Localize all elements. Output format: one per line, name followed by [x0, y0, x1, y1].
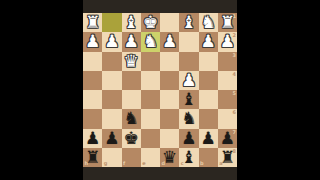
black-pawn-g7[interactable]: ♟ [104, 129, 119, 146]
square-d1[interactable] [160, 13, 179, 32]
white-pawn-g2[interactable]: ♟ [104, 33, 119, 50]
coord-file-e: e [142, 161, 145, 166]
white-rook-h1[interactable]: ♜ [85, 14, 100, 31]
square-f1[interactable]: ♝ [122, 13, 141, 32]
square-g6[interactable] [102, 109, 121, 128]
square-h1[interactable]: ♜ [83, 13, 102, 32]
square-b5[interactable] [199, 90, 218, 109]
square-e7[interactable] [141, 129, 160, 148]
black-pawn-a7[interactable]: ♟ [220, 129, 235, 146]
square-e3[interactable] [141, 52, 160, 71]
square-h7[interactable]: ♟ [83, 129, 102, 148]
white-pawn-a2[interactable]: ♟ [220, 33, 235, 50]
square-c4[interactable]: ♟ [179, 71, 198, 90]
white-knight-b1[interactable]: ♞ [201, 14, 216, 31]
square-b4[interactable] [199, 71, 218, 90]
square-c6[interactable]: ♞ [179, 109, 198, 128]
square-c3[interactable] [179, 52, 198, 71]
white-pawn-b2[interactable]: ♟ [201, 33, 216, 50]
square-d6[interactable] [160, 109, 179, 128]
square-a8[interactable]: ♜8a [218, 148, 237, 167]
white-knight-e2[interactable]: ♞ [143, 33, 158, 50]
coord-rank-4: 4 [233, 72, 236, 77]
coord-file-g: g [104, 161, 108, 166]
square-f4[interactable] [122, 71, 141, 90]
square-e8[interactable]: e [141, 148, 160, 167]
black-pawn-c7[interactable]: ♟ [181, 129, 196, 146]
square-g1[interactable] [102, 13, 121, 32]
coord-rank-3: 3 [233, 53, 236, 58]
board-column: ♜♝♚♝♞♜1♟♟♟♞♟♟♟2♛3♟4♝5♞♞6♟♟♚♟♟♟7♜hgfe♛d♝c… [83, 0, 237, 180]
square-g3[interactable] [102, 52, 121, 71]
square-a5[interactable]: 5 [218, 90, 237, 109]
square-e1[interactable]: ♚ [141, 13, 160, 32]
square-d8[interactable]: ♛d [160, 148, 179, 167]
black-rook-a8[interactable]: ♜ [220, 148, 235, 165]
square-h2[interactable]: ♟ [83, 32, 102, 51]
video-frame: ♜♝♚♝♞♜1♟♟♟♞♟♟♟2♛3♟4♝5♞♞6♟♟♚♟♟♟7♜hgfe♛d♝c… [0, 0, 320, 180]
white-pawn-c4[interactable]: ♟ [181, 71, 196, 88]
square-f6[interactable]: ♞ [122, 109, 141, 128]
square-b2[interactable]: ♟ [199, 32, 218, 51]
black-knight-f6[interactable]: ♞ [124, 110, 139, 127]
square-b1[interactable]: ♞ [199, 13, 218, 32]
square-c7[interactable]: ♟ [179, 129, 198, 148]
black-bishop-c5[interactable]: ♝ [181, 91, 196, 108]
black-knight-c6[interactable]: ♞ [181, 110, 196, 127]
square-a2[interactable]: ♟2 [218, 32, 237, 51]
square-e2[interactable]: ♞ [141, 32, 160, 51]
square-a7[interactable]: ♟7 [218, 129, 237, 148]
square-f8[interactable]: f [122, 148, 141, 167]
black-queen-d8[interactable]: ♛ [162, 148, 177, 165]
white-pawn-f2[interactable]: ♟ [124, 33, 139, 50]
square-f3[interactable]: ♛ [122, 52, 141, 71]
square-g7[interactable]: ♟ [102, 129, 121, 148]
white-pawn-h2[interactable]: ♟ [85, 33, 100, 50]
square-d5[interactable] [160, 90, 179, 109]
square-g2[interactable]: ♟ [102, 32, 121, 51]
square-h5[interactable] [83, 90, 102, 109]
square-c8[interactable]: ♝c [179, 148, 198, 167]
square-a1[interactable]: ♜1 [218, 13, 237, 32]
letterbox-left [0, 0, 83, 180]
coord-rank-6: 6 [233, 110, 236, 115]
chess-board[interactable]: ♜♝♚♝♞♜1♟♟♟♞♟♟♟2♛3♟4♝5♞♞6♟♟♚♟♟♟7♜hgfe♛d♝c… [83, 13, 237, 167]
square-g4[interactable] [102, 71, 121, 90]
square-f5[interactable] [122, 90, 141, 109]
white-bishop-c1[interactable]: ♝ [181, 14, 196, 31]
black-bishop-c8[interactable]: ♝ [181, 148, 196, 165]
frame-strip-top [83, 0, 237, 13]
white-rook-a1[interactable]: ♜ [220, 14, 235, 31]
square-b7[interactable]: ♟ [199, 129, 218, 148]
white-pawn-d2[interactable]: ♟ [162, 33, 177, 50]
square-e5[interactable] [141, 90, 160, 109]
white-queen-f3[interactable]: ♛ [124, 52, 139, 69]
square-f7[interactable]: ♚ [122, 129, 141, 148]
square-c1[interactable]: ♝ [179, 13, 198, 32]
coord-rank-5: 5 [233, 91, 236, 96]
square-b8[interactable]: b [199, 148, 218, 167]
square-d3[interactable] [160, 52, 179, 71]
coord-file-f: f [123, 161, 125, 166]
square-h8[interactable]: ♜h [83, 148, 102, 167]
square-g5[interactable] [102, 90, 121, 109]
black-rook-h8[interactable]: ♜ [85, 148, 100, 165]
letterbox-right [237, 0, 320, 180]
square-d4[interactable] [160, 71, 179, 90]
square-d7[interactable] [160, 129, 179, 148]
white-king-e1[interactable]: ♚ [143, 14, 158, 31]
square-a6[interactable]: 6 [218, 109, 237, 128]
black-king-f7[interactable]: ♚ [124, 129, 139, 146]
square-h3[interactable] [83, 52, 102, 71]
frame-strip-bottom [83, 167, 237, 180]
black-pawn-b7[interactable]: ♟ [201, 129, 216, 146]
square-c2[interactable] [179, 32, 198, 51]
square-h4[interactable] [83, 71, 102, 90]
square-e4[interactable] [141, 71, 160, 90]
square-g8[interactable]: g [102, 148, 121, 167]
square-h6[interactable] [83, 109, 102, 128]
square-f2[interactable]: ♟ [122, 32, 141, 51]
square-a3[interactable]: 3 [218, 52, 237, 71]
white-bishop-f1[interactable]: ♝ [124, 14, 139, 31]
coord-file-b: b [200, 161, 204, 166]
square-b6[interactable] [199, 109, 218, 128]
black-pawn-h7[interactable]: ♟ [85, 129, 100, 146]
square-c5[interactable]: ♝ [179, 90, 198, 109]
square-a4[interactable]: 4 [218, 71, 237, 90]
square-b3[interactable] [199, 52, 218, 71]
square-d2[interactable]: ♟ [160, 32, 179, 51]
square-e6[interactable] [141, 109, 160, 128]
